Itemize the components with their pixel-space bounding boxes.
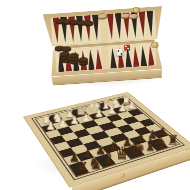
white-pawn: ♟ [117, 103, 126, 113]
white-pawn: ♟ [69, 115, 79, 126]
brown-rook: ♜ [167, 133, 179, 147]
white-pawn: ♟ [46, 121, 56, 132]
square: ♜ [69, 162, 90, 177]
brown-king: ♚ [128, 139, 145, 158]
white-pawn: ♟ [82, 112, 91, 123]
white-pawn: ♟ [107, 106, 116, 116]
white-pawn: ♟ [127, 101, 136, 111]
product-photo: ♜♞♝♛♚♝♞♜♟♟♟♟♟♟♟♟♟♟♟♟♟♟♟♟♜♞♝♛♚♝♞♜ [0, 0, 190, 190]
brown-rook: ♜ [76, 160, 90, 175]
brown-knight: ♞ [88, 155, 102, 171]
white-pawn: ♟ [95, 109, 104, 119]
brown-queen: ♛ [114, 145, 130, 163]
brown-bishop: ♝ [101, 150, 116, 167]
white-pawn: ♟ [58, 118, 68, 129]
clasp-knob-icon [120, 173, 125, 179]
chess-case: ♜♞♝♛♚♝♞♜♟♟♟♟♟♟♟♟♟♟♟♟♟♟♟♟♜♞♝♛♚♝♞♜ [23, 92, 190, 188]
chess-unit: ♜♞♝♛♚♝♞♜♟♟♟♟♟♟♟♟♟♟♟♟♟♟♟♟♜♞♝♛♚♝♞♜ [0, 0, 190, 190]
